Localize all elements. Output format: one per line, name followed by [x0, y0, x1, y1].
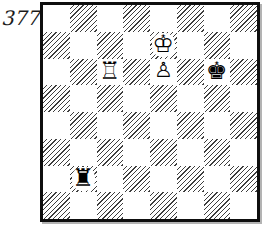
square-c5	[97, 85, 124, 112]
square-h3	[230, 139, 257, 166]
square-d8	[123, 5, 150, 32]
square-b5	[70, 85, 97, 112]
square-d2	[123, 166, 150, 193]
square-a6	[43, 59, 70, 86]
square-g5	[204, 85, 231, 112]
square-a4	[43, 112, 70, 139]
square-g7	[204, 32, 231, 59]
square-b1	[70, 192, 97, 219]
square-h6	[230, 59, 257, 86]
square-g1	[204, 192, 231, 219]
square-d4	[123, 112, 150, 139]
square-b2: ♜	[70, 166, 97, 193]
black-king-glyph: ♚	[206, 59, 228, 83]
square-h5	[230, 85, 257, 112]
square-a1	[43, 192, 70, 219]
board-grid: ♔♖♙♚♜	[43, 5, 257, 219]
square-b6	[70, 59, 97, 86]
square-e2	[150, 166, 177, 193]
white-king-glyph: ♔	[153, 32, 175, 56]
square-a2	[43, 166, 70, 193]
chess-board: ♔♖♙♚♜	[40, 2, 260, 222]
square-e1	[150, 192, 177, 219]
square-b3	[70, 139, 97, 166]
square-e7: ♔	[150, 32, 177, 59]
square-h4	[230, 112, 257, 139]
square-e4	[150, 112, 177, 139]
square-f1	[177, 192, 204, 219]
black-rook-glyph: ♜	[72, 166, 94, 190]
square-d3	[123, 139, 150, 166]
square-f7	[177, 32, 204, 59]
square-f2	[177, 166, 204, 193]
square-f3	[177, 139, 204, 166]
square-b7	[70, 32, 97, 59]
piece-black-king-g6: ♚	[205, 60, 228, 84]
square-c2	[97, 166, 124, 193]
square-g8	[204, 5, 231, 32]
piece-white-rook-c6: ♖	[98, 60, 121, 84]
square-a3	[43, 139, 70, 166]
piece-white-pawn-e6: ♙	[152, 60, 175, 84]
square-g6: ♚	[204, 59, 231, 86]
white-pawn-glyph: ♙	[154, 60, 173, 81]
square-b4	[70, 112, 97, 139]
square-a8	[43, 5, 70, 32]
square-f6	[177, 59, 204, 86]
square-d7	[123, 32, 150, 59]
piece-black-rook-b2: ♜	[72, 167, 95, 191]
square-f8	[177, 5, 204, 32]
square-c7	[97, 32, 124, 59]
chess-diagram-page: 377 ♔♖♙♚♜	[0, 0, 264, 225]
diagram-number-label: 377	[1, 6, 39, 30]
square-c6: ♖	[97, 59, 124, 86]
white-rook-glyph: ♖	[99, 59, 121, 83]
square-c3	[97, 139, 124, 166]
square-g3	[204, 139, 231, 166]
square-e3	[150, 139, 177, 166]
square-e5	[150, 85, 177, 112]
square-a5	[43, 85, 70, 112]
square-d1	[123, 192, 150, 219]
square-c1	[97, 192, 124, 219]
square-b8	[70, 5, 97, 32]
square-h7	[230, 32, 257, 59]
square-e6: ♙	[150, 59, 177, 86]
square-h2	[230, 166, 257, 193]
square-g4	[204, 112, 231, 139]
square-d6	[123, 59, 150, 86]
square-c8	[97, 5, 124, 32]
square-f4	[177, 112, 204, 139]
square-e8	[150, 5, 177, 32]
square-c4	[97, 112, 124, 139]
square-g2	[204, 166, 231, 193]
square-f5	[177, 85, 204, 112]
square-a7	[43, 32, 70, 59]
square-d5	[123, 85, 150, 112]
square-h8	[230, 5, 257, 32]
piece-white-king-e7: ♔	[152, 33, 175, 57]
square-h1	[230, 192, 257, 219]
